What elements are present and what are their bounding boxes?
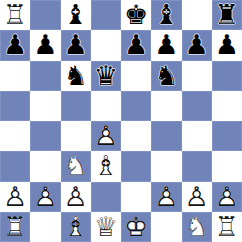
square-g8[interactable] <box>182 0 212 30</box>
square-h4[interactable] <box>212 121 242 151</box>
square-a3[interactable] <box>0 151 30 181</box>
square-h8[interactable]: ♜ <box>212 0 242 30</box>
square-b4[interactable] <box>30 121 60 151</box>
square-b2[interactable]: ♟♙ <box>30 182 60 212</box>
piece-white-pawn[interactable]: ♟♙ <box>182 182 212 212</box>
square-g7[interactable]: ♟ <box>182 30 212 60</box>
piece-white-king[interactable]: ♚♔ <box>121 212 151 242</box>
piece-black-bishop[interactable]: ♝ <box>61 0 91 30</box>
square-f7[interactable]: ♟ <box>151 30 181 60</box>
square-a6[interactable] <box>0 61 30 91</box>
piece-white-rook[interactable]: ♜♖ <box>212 212 242 242</box>
square-c7[interactable]: ♟ <box>61 30 91 60</box>
square-d7[interactable] <box>91 30 121 60</box>
square-b8[interactable] <box>30 0 60 30</box>
square-c5[interactable] <box>61 91 91 121</box>
piece-outline-layer: ♙ <box>3 182 27 212</box>
square-g1[interactable]: ♞♘ <box>182 212 212 242</box>
piece-outline-layer: ♙ <box>154 182 178 212</box>
piece-black-pawn[interactable]: ♟ <box>30 30 60 60</box>
square-f5[interactable] <box>151 91 181 121</box>
square-d8[interactable] <box>91 0 121 30</box>
square-c3[interactable]: ♞♘ <box>61 151 91 181</box>
square-a4[interactable] <box>0 121 30 151</box>
square-h7[interactable]: ♟ <box>212 30 242 60</box>
square-e8[interactable]: ♚ <box>121 0 151 30</box>
square-c6[interactable]: ♞ <box>61 61 91 91</box>
piece-outline-layer: ♙ <box>215 182 239 212</box>
piece-outline-layer: ♖ <box>215 212 239 242</box>
square-h5[interactable] <box>212 91 242 121</box>
square-h2[interactable]: ♟♙ <box>212 182 242 212</box>
piece-white-pawn[interactable]: ♟♙ <box>61 182 91 212</box>
square-f6[interactable]: ♞ <box>151 61 181 91</box>
square-b1[interactable] <box>30 212 60 242</box>
piece-outline-layer: ♖ <box>3 212 27 242</box>
square-a2[interactable]: ♟♙ <box>0 182 30 212</box>
piece-outline-layer: ♙ <box>64 182 88 212</box>
square-c2[interactable]: ♟♙ <box>61 182 91 212</box>
square-f1[interactable] <box>151 212 181 242</box>
piece-black-pawn[interactable]: ♟ <box>0 30 30 60</box>
piece-black-queen[interactable]: ♛ <box>91 61 121 91</box>
square-f8[interactable]: ♝ <box>151 0 181 30</box>
piece-outline-layer: ♙ <box>185 182 209 212</box>
piece-outline-layer: ♘ <box>185 212 209 242</box>
piece-white-pawn[interactable]: ♟♙ <box>91 121 121 151</box>
piece-black-knight[interactable]: ♞ <box>61 61 91 91</box>
piece-outline-layer: ♔ <box>124 212 148 242</box>
square-d4[interactable]: ♟♙ <box>91 121 121 151</box>
square-e7[interactable]: ♟ <box>121 30 151 60</box>
square-e2[interactable] <box>121 182 151 212</box>
piece-black-pawn[interactable]: ♟ <box>61 30 91 60</box>
piece-outline-layer: ♘ <box>64 151 88 181</box>
piece-white-knight[interactable]: ♞♘ <box>182 212 212 242</box>
square-g4[interactable] <box>182 121 212 151</box>
square-a8[interactable]: ♜♖ <box>0 0 30 30</box>
square-a1[interactable]: ♜♖ <box>0 212 30 242</box>
square-e5[interactable] <box>121 91 151 121</box>
square-d3[interactable]: ♝♗ <box>91 151 121 181</box>
piece-white-pawn[interactable]: ♟♙ <box>30 182 60 212</box>
square-a5[interactable] <box>0 91 30 121</box>
piece-black-king[interactable]: ♚ <box>121 0 151 30</box>
piece-outline-layer: ♙ <box>94 121 118 151</box>
square-b7[interactable]: ♟ <box>30 30 60 60</box>
square-b5[interactable] <box>30 91 60 121</box>
piece-white-pawn[interactable]: ♟♙ <box>0 182 30 212</box>
square-f2[interactable]: ♟♙ <box>151 182 181 212</box>
piece-white-rook[interactable]: ♜♖ <box>0 212 30 242</box>
square-g2[interactable]: ♟♙ <box>182 182 212 212</box>
square-e1[interactable]: ♚♔ <box>121 212 151 242</box>
square-h1[interactable]: ♜♖ <box>212 212 242 242</box>
square-d6[interactable]: ♛ <box>91 61 121 91</box>
piece-black-knight[interactable]: ♞ <box>151 61 181 91</box>
square-e4[interactable] <box>121 121 151 151</box>
square-h3[interactable] <box>212 151 242 181</box>
piece-white-pawn[interactable]: ♟♙ <box>212 182 242 212</box>
piece-white-bishop[interactable]: ♝♗ <box>91 151 121 181</box>
piece-black-pawn[interactable]: ♟ <box>151 30 181 60</box>
piece-white-rook[interactable]: ♜♖ <box>0 0 30 30</box>
square-g6[interactable] <box>182 61 212 91</box>
square-d1[interactable]: ♛♕ <box>91 212 121 242</box>
square-h6[interactable] <box>212 61 242 91</box>
square-g3[interactable] <box>182 151 212 181</box>
piece-white-bishop[interactable]: ♝♗ <box>61 212 91 242</box>
square-c4[interactable] <box>61 121 91 151</box>
square-c8[interactable]: ♝ <box>61 0 91 30</box>
square-d5[interactable] <box>91 91 121 121</box>
piece-black-rook[interactable]: ♜ <box>212 0 242 30</box>
square-b3[interactable] <box>30 151 60 181</box>
square-g5[interactable] <box>182 91 212 121</box>
piece-outline-layer: ♙ <box>33 182 57 212</box>
square-d2[interactable] <box>91 182 121 212</box>
square-f3[interactable] <box>151 151 181 181</box>
piece-black-pawn[interactable]: ♟ <box>121 30 151 60</box>
square-b6[interactable] <box>30 61 60 91</box>
piece-outline-layer: ♗ <box>94 151 118 181</box>
piece-white-queen[interactable]: ♛♕ <box>91 212 121 242</box>
piece-black-pawn[interactable]: ♟ <box>182 30 212 60</box>
square-f4[interactable] <box>151 121 181 151</box>
square-e6[interactable] <box>121 61 151 91</box>
square-e3[interactable] <box>121 151 151 181</box>
square-c1[interactable]: ♝♗ <box>61 212 91 242</box>
piece-black-bishop[interactable]: ♝ <box>151 0 181 30</box>
piece-white-pawn[interactable]: ♟♙ <box>151 182 181 212</box>
piece-outline-layer: ♗ <box>64 212 88 242</box>
square-a7[interactable]: ♟ <box>0 30 30 60</box>
piece-black-pawn[interactable]: ♟ <box>212 30 242 60</box>
piece-white-knight[interactable]: ♞♘ <box>61 151 91 181</box>
piece-outline-layer: ♕ <box>94 212 118 242</box>
piece-outline-layer: ♖ <box>3 0 27 30</box>
chess-board: ♜♖♝♚♝♜♟♟♟♟♟♟♟♞♛♞♟♙♞♘♝♗♟♙♟♙♟♙♟♙♟♙♟♙♜♖♝♗♛♕… <box>0 0 242 242</box>
